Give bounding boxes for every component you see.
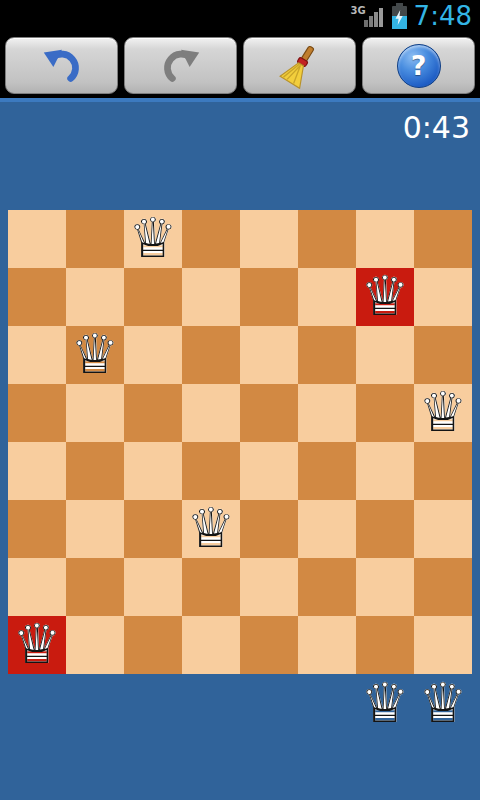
board-square[interactable] <box>298 558 356 616</box>
board-square[interactable] <box>124 616 182 674</box>
tray-slot: ♛♕ <box>414 675 472 733</box>
undo-arrow-icon <box>39 43 85 89</box>
white-queen[interactable]: ♛♕ <box>182 500 240 558</box>
board-square[interactable] <box>124 442 182 500</box>
board-square[interactable] <box>66 616 124 674</box>
board-square[interactable] <box>298 268 356 326</box>
board-square[interactable]: ♛♕ <box>8 616 66 674</box>
board-square[interactable]: ♛♕ <box>124 210 182 268</box>
board-square[interactable] <box>66 268 124 326</box>
broom-icon <box>277 43 323 89</box>
board-square[interactable] <box>240 616 298 674</box>
status-bar: 3G 7:48 <box>0 0 480 33</box>
board-square[interactable] <box>8 210 66 268</box>
toolbar: ? <box>0 33 480 98</box>
board-square[interactable] <box>182 210 240 268</box>
game-timer: 0:43 <box>0 102 480 145</box>
board-square[interactable]: ♛♕ <box>66 326 124 384</box>
board-square[interactable] <box>8 384 66 442</box>
board-square[interactable] <box>124 384 182 442</box>
board-square[interactable]: ♛♕ <box>356 268 414 326</box>
white-queen[interactable]: ♛♕ <box>356 268 414 326</box>
board-square[interactable] <box>66 558 124 616</box>
board-square[interactable] <box>240 558 298 616</box>
board-square[interactable] <box>356 558 414 616</box>
board-square[interactable] <box>182 384 240 442</box>
board-square[interactable] <box>240 210 298 268</box>
board-square[interactable] <box>8 326 66 384</box>
app-screen: 3G 7:48 <box>0 0 480 800</box>
clear-board-button[interactable] <box>243 37 356 94</box>
redo-button[interactable] <box>124 37 237 94</box>
board-square[interactable] <box>8 558 66 616</box>
redo-arrow-icon <box>158 43 204 89</box>
board-square[interactable] <box>414 500 472 558</box>
board-square[interactable] <box>182 558 240 616</box>
board-square[interactable] <box>124 558 182 616</box>
board-square[interactable] <box>356 326 414 384</box>
board-square[interactable] <box>66 442 124 500</box>
spare-queens-tray: ♛♕♛♕ <box>356 675 472 733</box>
board-square[interactable] <box>356 500 414 558</box>
board-square[interactable] <box>182 268 240 326</box>
board-square[interactable] <box>124 268 182 326</box>
signal-bars-icon <box>364 8 383 27</box>
board-square[interactable] <box>414 442 472 500</box>
board-square[interactable] <box>298 326 356 384</box>
question-mark-icon: ? <box>397 44 441 88</box>
board-square[interactable] <box>66 500 124 558</box>
undo-button[interactable] <box>5 37 118 94</box>
white-queen[interactable]: ♛♕ <box>8 616 66 674</box>
board-square[interactable] <box>182 442 240 500</box>
board-square[interactable] <box>298 442 356 500</box>
board-square[interactable] <box>298 500 356 558</box>
board-square[interactable] <box>182 326 240 384</box>
board-square[interactable] <box>240 326 298 384</box>
status-clock: 7:48 <box>414 0 472 33</box>
board-square[interactable] <box>414 326 472 384</box>
white-queen[interactable]: ♛♕ <box>356 675 414 733</box>
board-square[interactable]: ♛♕ <box>182 500 240 558</box>
board-square[interactable] <box>240 268 298 326</box>
white-queen[interactable]: ♛♕ <box>124 210 182 268</box>
board-square[interactable] <box>356 210 414 268</box>
board: ♛♕♛♕♛♕♛♕♛♕♛♕ <box>8 210 472 674</box>
help-glyph: ? <box>411 50 427 81</box>
board-square[interactable] <box>298 210 356 268</box>
white-queen[interactable]: ♛♕ <box>414 384 472 442</box>
board-square[interactable] <box>414 210 472 268</box>
board-square[interactable] <box>240 500 298 558</box>
board-square[interactable] <box>240 442 298 500</box>
board-square[interactable] <box>8 268 66 326</box>
help-button[interactable]: ? <box>362 37 475 94</box>
board-square[interactable] <box>240 384 298 442</box>
board-square[interactable] <box>356 616 414 674</box>
board-square[interactable] <box>298 384 356 442</box>
board-square[interactable] <box>8 442 66 500</box>
board-square[interactable] <box>356 442 414 500</box>
board-square[interactable] <box>66 384 124 442</box>
board-square[interactable]: ♛♕ <box>414 384 472 442</box>
tray-slot: ♛♕ <box>356 675 414 733</box>
board-square[interactable] <box>182 616 240 674</box>
battery-charging-icon <box>392 6 407 29</box>
board-square[interactable] <box>124 500 182 558</box>
board-square[interactable] <box>124 326 182 384</box>
board-square[interactable] <box>414 616 472 674</box>
board-square[interactable] <box>8 500 66 558</box>
white-queen[interactable]: ♛♕ <box>414 675 472 733</box>
white-queen[interactable]: ♛♕ <box>66 326 124 384</box>
board-square[interactable] <box>298 616 356 674</box>
board-square[interactable] <box>414 558 472 616</box>
signal-strength-icon: 3G <box>351 4 385 30</box>
board-square[interactable] <box>356 384 414 442</box>
board-square[interactable] <box>414 268 472 326</box>
board-square[interactable] <box>66 210 124 268</box>
